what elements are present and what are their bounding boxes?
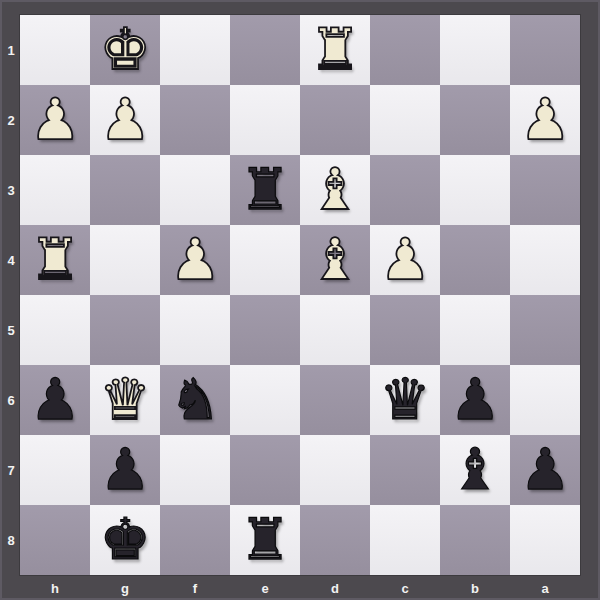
piece-black-rook[interactable]: ♜ <box>239 161 290 218</box>
rank-label-1: 1 <box>2 15 20 85</box>
square-g8[interactable]: ♚ <box>90 505 160 575</box>
square-c5[interactable] <box>370 295 440 365</box>
file-label-g: g <box>90 577 160 599</box>
piece-white-pawn[interactable]: ♟ <box>29 91 80 148</box>
square-e1[interactable] <box>230 15 300 85</box>
piece-white-pawn[interactable]: ♟ <box>99 91 150 148</box>
square-a1[interactable] <box>510 15 580 85</box>
square-e7[interactable] <box>230 435 300 505</box>
square-h6[interactable]: ♟ <box>20 365 90 435</box>
square-b5[interactable] <box>440 295 510 365</box>
rank-label-2: 2 <box>2 85 20 155</box>
square-g6[interactable]: ♛ <box>90 365 160 435</box>
square-f8[interactable] <box>160 505 230 575</box>
file-labels: hgfedcba <box>20 577 580 599</box>
chess-board-frame: 12345678 ♚♜♟♟♟♜♝♜♟♝♟♟♛♞♛♟♟♝♟♚♜ hgfedcba <box>0 0 600 600</box>
square-h5[interactable] <box>20 295 90 365</box>
square-h8[interactable] <box>20 505 90 575</box>
square-h3[interactable] <box>20 155 90 225</box>
rank-label-6: 6 <box>2 365 20 435</box>
piece-black-pawn[interactable]: ♟ <box>519 441 570 498</box>
square-c7[interactable] <box>370 435 440 505</box>
square-c1[interactable] <box>370 15 440 85</box>
rank-label-8: 8 <box>2 505 20 575</box>
file-label-d: d <box>300 577 370 599</box>
square-d1[interactable]: ♜ <box>300 15 370 85</box>
piece-black-pawn[interactable]: ♟ <box>449 371 500 428</box>
square-b6[interactable]: ♟ <box>440 365 510 435</box>
rank-label-3: 3 <box>2 155 20 225</box>
piece-white-pawn[interactable]: ♟ <box>519 91 570 148</box>
file-label-a: a <box>510 577 580 599</box>
square-d3[interactable]: ♝ <box>300 155 370 225</box>
square-f7[interactable] <box>160 435 230 505</box>
square-f1[interactable] <box>160 15 230 85</box>
square-a8[interactable] <box>510 505 580 575</box>
piece-black-knight[interactable]: ♞ <box>169 371 220 428</box>
piece-white-pawn[interactable]: ♟ <box>379 231 430 288</box>
square-f5[interactable] <box>160 295 230 365</box>
file-label-b: b <box>440 577 510 599</box>
square-a5[interactable] <box>510 295 580 365</box>
square-b8[interactable] <box>440 505 510 575</box>
piece-black-king[interactable]: ♚ <box>99 511 150 568</box>
square-e3[interactable]: ♜ <box>230 155 300 225</box>
square-e4[interactable] <box>230 225 300 295</box>
square-c8[interactable] <box>370 505 440 575</box>
square-b2[interactable] <box>440 85 510 155</box>
piece-white-queen[interactable]: ♛ <box>99 371 150 428</box>
square-g2[interactable]: ♟ <box>90 85 160 155</box>
piece-white-bishop[interactable]: ♝ <box>309 161 360 218</box>
file-label-f: f <box>160 577 230 599</box>
square-g4[interactable] <box>90 225 160 295</box>
square-d5[interactable] <box>300 295 370 365</box>
square-f6[interactable]: ♞ <box>160 365 230 435</box>
square-h7[interactable] <box>20 435 90 505</box>
piece-black-pawn[interactable]: ♟ <box>99 441 150 498</box>
rank-label-7: 7 <box>2 435 20 505</box>
rank-labels: 12345678 <box>2 15 20 575</box>
square-a7[interactable]: ♟ <box>510 435 580 505</box>
square-e8[interactable]: ♜ <box>230 505 300 575</box>
piece-black-rook[interactable]: ♜ <box>239 511 290 568</box>
piece-white-rook[interactable]: ♜ <box>309 21 360 78</box>
file-label-e: e <box>230 577 300 599</box>
file-label-c: c <box>370 577 440 599</box>
square-g5[interactable] <box>90 295 160 365</box>
piece-white-king[interactable]: ♚ <box>99 21 150 78</box>
square-a3[interactable] <box>510 155 580 225</box>
piece-white-pawn[interactable]: ♟ <box>169 231 220 288</box>
piece-black-queen[interactable]: ♛ <box>379 371 430 428</box>
square-d7[interactable] <box>300 435 370 505</box>
piece-white-bishop[interactable]: ♝ <box>309 231 360 288</box>
square-g1[interactable]: ♚ <box>90 15 160 85</box>
square-e2[interactable] <box>230 85 300 155</box>
piece-black-pawn[interactable]: ♟ <box>29 371 80 428</box>
square-c4[interactable]: ♟ <box>370 225 440 295</box>
square-c2[interactable] <box>370 85 440 155</box>
square-h1[interactable] <box>20 15 90 85</box>
square-f3[interactable] <box>160 155 230 225</box>
piece-black-bishop[interactable]: ♝ <box>449 441 500 498</box>
square-g7[interactable]: ♟ <box>90 435 160 505</box>
square-b4[interactable] <box>440 225 510 295</box>
square-c3[interactable] <box>370 155 440 225</box>
rank-label-4: 4 <box>2 225 20 295</box>
square-d8[interactable] <box>300 505 370 575</box>
chess-board[interactable]: ♚♜♟♟♟♜♝♜♟♝♟♟♛♞♛♟♟♝♟♚♜ <box>20 15 580 575</box>
square-a4[interactable] <box>510 225 580 295</box>
square-a6[interactable] <box>510 365 580 435</box>
square-g3[interactable] <box>90 155 160 225</box>
square-a2[interactable]: ♟ <box>510 85 580 155</box>
square-d6[interactable] <box>300 365 370 435</box>
square-h4[interactable]: ♜ <box>20 225 90 295</box>
square-d4[interactable]: ♝ <box>300 225 370 295</box>
square-b1[interactable] <box>440 15 510 85</box>
file-label-h: h <box>20 577 90 599</box>
square-e6[interactable] <box>230 365 300 435</box>
piece-white-rook[interactable]: ♜ <box>29 231 80 288</box>
square-b7[interactable]: ♝ <box>440 435 510 505</box>
square-h2[interactable]: ♟ <box>20 85 90 155</box>
square-f4[interactable]: ♟ <box>160 225 230 295</box>
square-c6[interactable]: ♛ <box>370 365 440 435</box>
rank-label-5: 5 <box>2 295 20 365</box>
square-d2[interactable] <box>300 85 370 155</box>
square-e5[interactable] <box>230 295 300 365</box>
square-b3[interactable] <box>440 155 510 225</box>
square-f2[interactable] <box>160 85 230 155</box>
